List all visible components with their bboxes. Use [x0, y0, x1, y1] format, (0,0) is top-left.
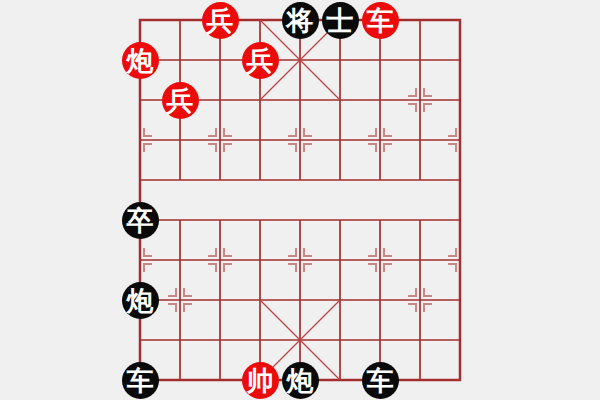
- black-general-piece[interactable]: 将: [282, 2, 319, 39]
- red-chariot-piece[interactable]: 车: [362, 2, 399, 39]
- piece-layer: 兵将士车炮兵兵卒炮车帅炮车: [120, 0, 480, 400]
- black-soldier-piece[interactable]: 卒: [122, 202, 159, 239]
- red-general-piece[interactable]: 帅: [242, 362, 279, 399]
- black-chariot-piece[interactable]: 车: [122, 362, 159, 399]
- xiangqi-screenshot: 兵将士车炮兵兵卒炮车帅炮车: [0, 0, 600, 400]
- black-cannon-piece[interactable]: 炮: [122, 282, 159, 319]
- black-chariot-piece[interactable]: 车: [362, 362, 399, 399]
- black-advisor-piece[interactable]: 士: [322, 2, 359, 39]
- red-soldier-piece[interactable]: 兵: [202, 2, 239, 39]
- red-cannon-piece[interactable]: 炮: [122, 42, 159, 79]
- black-cannon-piece[interactable]: 炮: [282, 362, 319, 399]
- red-soldier-piece[interactable]: 兵: [242, 42, 279, 79]
- red-soldier-piece[interactable]: 兵: [162, 82, 199, 119]
